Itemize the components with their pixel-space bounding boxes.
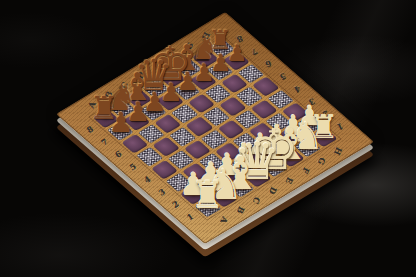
rank-label-left-text: 3	[157, 187, 166, 197]
rank-label-right-text: 6	[264, 59, 272, 69]
rank-label-left-text: 5	[128, 162, 137, 172]
square-a1: ♜	[195, 198, 222, 218]
piece-white-rook: ♜	[191, 178, 225, 216]
rank-label-left-text: 4	[143, 175, 152, 185]
rank-label-left-text: 6	[114, 150, 123, 160]
file-label-near-text: H	[333, 146, 343, 156]
piece-black-pawn: ♟	[109, 109, 134, 136]
rank-label-right-text: 7	[250, 47, 258, 57]
rank-label-left-text: 7	[100, 137, 109, 147]
rank-label-right-text: 4	[293, 84, 301, 94]
rank-label-right-text: 5	[279, 72, 287, 82]
